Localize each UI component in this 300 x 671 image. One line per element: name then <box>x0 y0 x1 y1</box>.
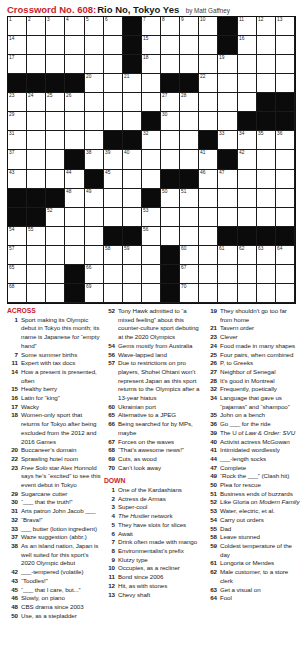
cell-r15c12[interactable] <box>218 284 237 303</box>
cell-r3c6[interactable] <box>104 55 123 74</box>
cell-r2c8[interactable]: 15 <box>142 36 161 55</box>
cell-r9c4[interactable]: 44 <box>65 170 84 189</box>
cell-r4c12[interactable] <box>218 74 237 93</box>
cell-r7c13[interactable]: 34 <box>238 131 257 150</box>
clue-number: 16 <box>7 394 21 403</box>
clue-number: 47 <box>206 464 220 473</box>
cell-r5c4[interactable]: 26 <box>65 93 84 112</box>
cell-r3c3[interactable] <box>46 55 65 74</box>
cell-r2c11[interactable] <box>199 36 218 55</box>
clue-text: Wave-lapped land <box>118 351 201 360</box>
clue-text: Free Solo star Alex Honnold says he’s “e… <box>21 464 101 490</box>
cell-r10c13[interactable] <box>238 189 257 208</box>
cell-r3c1[interactable]: 17 <box>8 55 27 74</box>
cell-r10c10[interactable]: 51 <box>180 189 199 208</box>
cell-r9c6[interactable]: 45 <box>104 170 123 189</box>
clue-number: 46 <box>7 594 21 603</box>
cell-r10c14[interactable] <box>257 189 276 208</box>
cell-r13c12[interactable]: 61 <box>218 246 237 265</box>
cell-r10c11[interactable] <box>199 189 218 208</box>
cell-r14c13[interactable] <box>238 265 257 284</box>
across-clue-14: 14How a present is presented, often <box>7 368 101 385</box>
clue-text: Occupies, as a recliner <box>118 564 201 573</box>
cell-r6c11[interactable] <box>199 112 218 131</box>
across-clue-31: 31Arts patron John Jacob ___ <box>7 507 101 516</box>
clue-number: 70 <box>104 464 118 473</box>
clue-number: 25 <box>206 351 220 360</box>
clue-number: 34 <box>206 394 220 411</box>
cell-r1c9[interactable]: 8 <box>161 17 180 36</box>
cell-r6c4[interactable] <box>65 112 84 131</box>
cell-r12c11[interactable] <box>199 227 218 246</box>
cell-number: 9 <box>181 17 184 22</box>
cell-r13c6[interactable]: 58 <box>104 246 123 265</box>
cell-r3c11[interactable] <box>199 55 218 74</box>
cell-r11c5[interactable] <box>85 208 104 227</box>
cell-r4c6[interactable] <box>104 74 123 93</box>
down-clue-21: 21Tavern order <box>206 324 300 333</box>
clue-text: “___ that the truth!” <box>21 498 101 507</box>
down-clue-36: 36Go ___ for the ride <box>206 420 300 429</box>
cell-r7c10[interactable] <box>180 131 199 150</box>
cell-r3c15[interactable] <box>276 55 295 74</box>
cell-r8c2[interactable] <box>27 150 46 169</box>
cell-r5c10[interactable]: 28 <box>180 93 199 112</box>
cell-r6c7[interactable] <box>123 112 142 131</box>
across-clue-43: 43“Toodles!” <box>7 577 101 586</box>
cell-r12c3[interactable] <box>46 227 65 246</box>
cell-r12c15 <box>276 227 295 246</box>
clue-number: 27 <box>206 368 220 377</box>
cell-r7c11 <box>199 131 218 150</box>
cell-r7c2[interactable] <box>27 131 46 150</box>
down-clue-4: 4The Hustler network <box>104 512 201 521</box>
cell-r12c1[interactable]: 54 <box>8 227 27 246</box>
clue-number: 39 <box>206 429 220 438</box>
cell-r8c1[interactable]: 37 <box>8 150 27 169</box>
clue-text: CBS drama since 2003 <box>21 603 101 612</box>
cell-r15c8[interactable] <box>142 284 161 303</box>
cell-r10c7[interactable] <box>123 189 142 208</box>
across-clue-66: 66Being searched for by MPs, maybe <box>104 420 201 437</box>
cell-r5c1[interactable]: 23 <box>8 93 27 112</box>
cell-r5c6[interactable] <box>104 93 123 112</box>
cell-r13c2[interactable] <box>27 246 46 265</box>
cell-r3c9[interactable] <box>161 55 180 74</box>
cell-r11c9[interactable] <box>161 208 180 227</box>
cell-r8c15[interactable] <box>276 150 295 169</box>
cell-r9c2[interactable] <box>27 170 46 189</box>
across-clue-48: 48CBS drama since 2003 <box>7 603 101 612</box>
cell-r14c7[interactable] <box>123 265 142 284</box>
down-clue-44: 44___-length socks <box>206 455 300 464</box>
across-clue-54: 54Gems mostly from Australia <box>104 342 201 351</box>
cell-r4c5[interactable]: 20 <box>85 74 104 93</box>
cell-r12c9[interactable] <box>161 227 180 246</box>
cell-r15c5[interactable]: 69 <box>85 284 104 303</box>
cell-r11c10[interactable] <box>180 208 199 227</box>
cell-r1c14[interactable]: 12 <box>257 17 276 36</box>
cell-r1c13[interactable]: 11 <box>238 17 257 36</box>
cell-r15c13[interactable] <box>238 284 257 303</box>
cell-r9c1[interactable]: 43 <box>8 170 27 189</box>
cell-r6c3[interactable] <box>46 112 65 131</box>
clue-number: 40 <box>206 438 220 447</box>
cell-r10c9[interactable]: 50 <box>161 189 180 208</box>
cell-number: 69 <box>86 284 91 289</box>
cell-r1c3[interactable]: 3 <box>46 17 65 36</box>
cell-r11c13[interactable] <box>238 208 257 227</box>
cell-r2c6[interactable] <box>104 36 123 55</box>
clue-text: Hit, as with stones <box>118 582 201 591</box>
cell-r4c1 <box>8 74 27 93</box>
cell-r11c8[interactable]: 53 <box>142 208 161 227</box>
clue-text: Leave stunned <box>220 533 300 542</box>
cell-number: 57 <box>9 246 14 251</box>
cell-number: 23 <box>9 93 14 98</box>
cell-r15c14[interactable] <box>257 284 276 303</box>
clue-text: Environmentalist’s prefix <box>118 547 201 556</box>
cell-r5c3[interactable]: 25 <box>46 93 65 112</box>
cell-r8c10[interactable] <box>180 150 199 169</box>
clue-text: Wacky <box>21 403 101 412</box>
cell-number: 27 <box>162 93 167 98</box>
cell-r6c5[interactable] <box>85 112 104 131</box>
cell-r7c4[interactable] <box>65 131 84 150</box>
cell-r2c9[interactable] <box>161 36 180 55</box>
cell-r11c3[interactable]: 52 <box>46 208 65 227</box>
clue-number: 50 <box>206 481 220 490</box>
down-clues-part1: 1One of the Kardashians2Actress de Armas… <box>104 486 201 599</box>
cell-r4c14[interactable] <box>257 74 276 93</box>
cell-r6c13 <box>238 112 257 131</box>
cell-r1c15[interactable]: 13 <box>276 17 295 36</box>
cell-r6c12[interactable] <box>218 112 237 131</box>
clue-text: Carry out orders <box>220 516 300 525</box>
clue-text: Women-only sport that returns for Tokyo … <box>21 411 101 446</box>
cell-r9c7[interactable] <box>123 170 142 189</box>
clue-text: Business ends of buzzards <box>220 490 300 499</box>
cell-r1c1[interactable]: 1 <box>8 17 27 36</box>
clue-number: 21 <box>206 324 220 333</box>
cell-r9c3[interactable] <box>46 170 65 189</box>
down-clue-28: 28It’s good in Montreal <box>206 377 300 386</box>
cell-r15c3[interactable] <box>46 284 65 303</box>
cell-r2c13[interactable]: 16 <box>238 36 257 55</box>
cell-r4c8[interactable] <box>142 74 161 93</box>
cell-r5c2[interactable]: 24 <box>27 93 46 112</box>
cell-number: 41 <box>200 150 205 155</box>
cell-r13c10[interactable]: 60 <box>180 246 199 265</box>
cell-r3c13[interactable] <box>238 55 257 74</box>
cell-r13c1[interactable]: 57 <box>8 246 27 265</box>
cell-r8c14[interactable] <box>257 150 276 169</box>
cell-r13c4[interactable] <box>65 246 84 265</box>
cell-r2c1[interactable]: 14 <box>8 36 27 55</box>
clue-text: One of the Kardashians <box>118 486 201 495</box>
across-clue-38: 38As an island nation, Japan is well sui… <box>7 542 101 568</box>
clue-number: 62 <box>206 568 220 585</box>
cell-r9c12[interactable]: 47 <box>218 170 237 189</box>
cell-r10c12[interactable] <box>218 189 237 208</box>
cell-r6c14 <box>257 112 276 131</box>
cell-r9c13[interactable] <box>238 170 257 189</box>
cell-r1c2[interactable]: 2 <box>27 17 46 36</box>
cell-r3c4[interactable] <box>65 55 84 74</box>
cell-r11c7[interactable] <box>123 208 142 227</box>
cell-number: 66 <box>86 265 91 270</box>
cell-r5c13[interactable] <box>238 93 257 112</box>
cell-r14c11[interactable] <box>199 265 218 284</box>
down-clue-27: 27Neighbor of Senegal <box>206 368 300 377</box>
cell-r3c8[interactable]: 18 <box>142 55 161 74</box>
cell-r13c14[interactable]: 63 <box>257 246 276 265</box>
cell-r8c9[interactable] <box>161 150 180 169</box>
cell-r12c2[interactable]: 55 <box>27 227 46 246</box>
cell-r7c14[interactable]: 35 <box>257 131 276 150</box>
cell-r12c6 <box>104 227 123 246</box>
cell-r5c9[interactable]: 27 <box>161 93 180 112</box>
down-clue-49: 49“Rock the ___” (Clash hit) <box>206 472 300 481</box>
cell-r11c4[interactable] <box>65 208 84 227</box>
down-clue-52: 52Like Gloria on Modern Family <box>206 498 300 507</box>
cell-r7c8[interactable]: 32 <box>142 131 161 150</box>
clue-number: 29 <box>7 490 21 499</box>
cell-r1c4[interactable]: 4 <box>65 17 84 36</box>
cell-r15c11[interactable] <box>199 284 218 303</box>
cell-r12c5[interactable] <box>85 227 104 246</box>
cell-r2c15[interactable] <box>276 36 295 55</box>
cell-r9c14[interactable] <box>257 170 276 189</box>
clue-text: Four pairs, when combined <box>220 351 300 360</box>
cell-r9c8[interactable] <box>142 170 161 189</box>
cell-number: 40 <box>124 150 129 155</box>
cell-r8c3[interactable] <box>46 150 65 169</box>
down-clue-5: 5They have slots for slices <box>104 521 201 530</box>
cell-r15c15[interactable] <box>276 284 295 303</box>
cell-r7c3[interactable] <box>46 131 65 150</box>
cell-r14c3[interactable] <box>46 265 65 284</box>
clue-text: Go ___ for the ride <box>220 420 300 429</box>
cell-r3c7 <box>123 55 142 74</box>
cell-number: 56 <box>143 227 148 232</box>
cell-r1c8[interactable]: 7 <box>142 17 161 36</box>
cell-r8c7[interactable]: 40 <box>123 150 142 169</box>
cell-r13c7[interactable]: 59 <box>123 246 142 265</box>
cell-r7c7 <box>123 131 142 150</box>
cell-r12c8[interactable]: 56 <box>142 227 161 246</box>
cell-r2c10[interactable] <box>180 36 199 55</box>
cell-r14c1[interactable]: 65 <box>8 265 27 284</box>
cell-number: 34 <box>239 131 244 136</box>
cell-r10c8 <box>142 189 161 208</box>
cell-r11c15[interactable] <box>276 208 295 227</box>
cell-r11c12[interactable] <box>218 208 237 227</box>
cell-number: 11 <box>239 17 244 22</box>
cell-r10c4[interactable]: 48 <box>65 189 84 208</box>
cell-r7c15[interactable]: 36 <box>276 131 295 150</box>
cell-r9c11[interactable]: 46 <box>199 170 218 189</box>
cell-number: 42 <box>239 150 244 155</box>
cell-r15c1[interactable]: 68 <box>8 284 27 303</box>
cell-r13c5[interactable] <box>85 246 104 265</box>
cell-r1c7 <box>123 17 142 36</box>
cell-r5c8[interactable] <box>142 93 161 112</box>
cell-r1c6[interactable]: 6 <box>104 17 123 36</box>
cell-r5c12[interactable] <box>218 93 237 112</box>
cell-r15c2[interactable] <box>27 284 46 303</box>
clue-text: Latin for “king” <box>21 394 101 403</box>
cell-number: 5 <box>86 17 89 22</box>
cell-r13c11[interactable] <box>199 246 218 265</box>
clue-number: 59 <box>206 542 220 559</box>
down-clue-12: 12Hit, as with stones <box>104 582 201 591</box>
cell-r13c9 <box>161 246 180 265</box>
cell-number: 30 <box>162 112 167 117</box>
cell-r1c5[interactable]: 5 <box>85 17 104 36</box>
clue-text: Coldest temperature of the day <box>220 542 300 559</box>
cell-r3c14[interactable] <box>257 55 276 74</box>
cell-r4c11[interactable]: 22 <box>199 74 218 93</box>
cell-r11c11[interactable] <box>199 208 218 227</box>
cell-r6c6[interactable] <box>104 112 123 131</box>
cell-number: 12 <box>258 17 263 22</box>
cell-number: 19 <box>219 55 224 60</box>
cell-r13c15[interactable]: 64 <box>276 246 295 265</box>
down-clue-1: 1One of the Kardashians <box>104 486 201 495</box>
cell-r14c5[interactable]: 66 <box>85 265 104 284</box>
clue-number: 35 <box>206 411 220 420</box>
cell-r13c8[interactable] <box>142 246 161 265</box>
cell-r14c12[interactable] <box>218 265 237 284</box>
cell-r8c6[interactable]: 39 <box>104 150 123 169</box>
cell-r13c3[interactable] <box>46 246 65 265</box>
cell-r10c1 <box>8 189 27 208</box>
cell-r9c15[interactable] <box>276 170 295 189</box>
cell-r2c3[interactable] <box>46 36 65 55</box>
cell-number: 59 <box>124 246 129 251</box>
clue-text: Being searched for by MPs, maybe <box>118 420 201 437</box>
cell-r3c10[interactable] <box>180 55 199 74</box>
down-clue-35: 35John on a bench <box>206 411 300 420</box>
across-clue-68: 68“That’s awesome news!” <box>104 446 201 455</box>
cell-r2c14[interactable] <box>257 36 276 55</box>
cell-r8c11[interactable]: 41 <box>199 150 218 169</box>
clue-text: Water, electric, et al. <box>220 507 300 516</box>
cell-r15c7[interactable] <box>123 284 142 303</box>
cell-r15c10[interactable]: 70 <box>180 284 199 303</box>
cell-r6c10[interactable] <box>180 112 199 131</box>
cell-r8c8[interactable] <box>142 150 161 169</box>
cell-r14c6[interactable] <box>104 265 123 284</box>
cell-r6c1[interactable]: 29 <box>8 112 27 131</box>
clue-number: 23 <box>206 333 220 342</box>
cell-r4c10 <box>180 74 199 93</box>
cell-r10c5[interactable]: 49 <box>85 189 104 208</box>
cell-r13c13[interactable]: 62 <box>238 246 257 265</box>
down-clues-part2: 19They shouldn’t go too far from home21T… <box>206 307 300 603</box>
clue-text: Drink often made with mango <box>118 538 201 547</box>
clue-text: P, to Greeks <box>220 359 300 368</box>
clue-text: The Hustler network <box>118 512 201 521</box>
cell-r2c4[interactable] <box>65 36 84 55</box>
across-clue-1: 1Sport making its Olympic debut in Tokyo… <box>7 316 101 351</box>
cell-r12c12 <box>218 227 237 246</box>
cell-r15c6[interactable] <box>104 284 123 303</box>
cell-r6c9[interactable]: 30 <box>161 112 180 131</box>
clue-text: Due to restrictions on pro players, Shoh… <box>118 359 201 403</box>
cell-r6c2[interactable] <box>27 112 46 131</box>
clue-text: Healthy berry <box>21 385 101 394</box>
cell-r3c2[interactable] <box>27 55 46 74</box>
cell-r4c13[interactable] <box>238 74 257 93</box>
clue-text: Sugarcane cutter <box>21 490 101 499</box>
clue-number: 3 <box>104 503 118 512</box>
across-clue-11: 11Expert with tax docs <box>7 359 101 368</box>
across-clues-part2: 52Tony Hawk admitted to “a mixed feeling… <box>104 307 201 472</box>
cell-number: 26 <box>66 93 71 98</box>
cell-r12c4[interactable] <box>65 227 84 246</box>
clue-number: 32 <box>206 385 220 394</box>
clue-text: Sprawling hotel room <box>21 455 101 464</box>
clue-column-3: 19They shouldn’t go too far from home21T… <box>206 307 300 620</box>
cell-r7c5[interactable] <box>85 131 104 150</box>
cell-r7c9[interactable] <box>161 131 180 150</box>
cell-r2c5[interactable] <box>85 36 104 55</box>
cell-r14c15[interactable] <box>276 265 295 284</box>
cell-number: 20 <box>86 74 91 79</box>
cell-r14c8[interactable] <box>142 265 161 284</box>
cell-r1c11[interactable]: 10 <box>199 17 218 36</box>
down-clue-53: 53Water, electric, et al. <box>206 507 300 516</box>
across-clue-60: 60Ukrainian port <box>104 403 201 412</box>
cell-r1c10[interactable]: 9 <box>180 17 199 36</box>
cell-r11c6[interactable] <box>104 208 123 227</box>
cell-r4c7[interactable]: 21 <box>123 74 142 93</box>
cell-number: 22 <box>200 74 205 79</box>
cell-r14c14[interactable] <box>257 265 276 284</box>
cell-r10c6[interactable] <box>104 189 123 208</box>
cell-number: 58 <box>105 246 110 251</box>
cell-r7c12[interactable]: 33 <box>218 131 237 150</box>
cell-r2c7 <box>123 36 142 55</box>
cell-r2c2[interactable] <box>27 36 46 55</box>
cell-r14c10[interactable]: 67 <box>180 265 199 284</box>
cell-r5c7[interactable] <box>123 93 142 112</box>
cell-r10c15[interactable] <box>276 189 295 208</box>
cell-r5c11[interactable] <box>199 93 218 112</box>
clue-number: 13 <box>104 591 118 600</box>
clue-number: 52 <box>206 498 220 507</box>
cell-r3c12[interactable]: 19 <box>218 55 237 74</box>
cell-number: 10 <box>200 17 205 22</box>
cell-r7c1[interactable]: 31 <box>8 131 27 150</box>
cell-r11c2 <box>27 208 46 227</box>
cell-r3c5[interactable] <box>85 55 104 74</box>
cell-r8c5[interactable]: 38 <box>85 150 104 169</box>
cell-r11c14[interactable] <box>257 208 276 227</box>
down-clue-59: 59Coldest temperature of the day <box>206 542 300 559</box>
cell-r8c13[interactable]: 42 <box>238 150 257 169</box>
cell-r4c15[interactable] <box>276 74 295 93</box>
clue-text: ___-length socks <box>220 455 300 464</box>
cell-r5c5[interactable] <box>85 93 104 112</box>
clue-number: 11 <box>7 359 21 368</box>
cell-r14c2[interactable] <box>27 265 46 284</box>
cell-number: 21 <box>124 74 129 79</box>
cell-r12c10[interactable] <box>180 227 199 246</box>
cell-number: 37 <box>9 150 14 155</box>
